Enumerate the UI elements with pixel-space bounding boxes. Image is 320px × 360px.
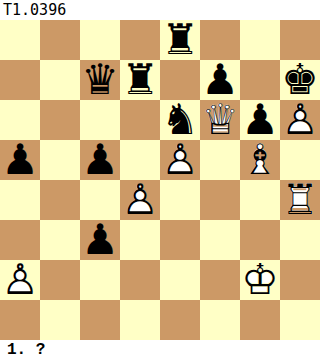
square-g5[interactable]: ♝♗	[240, 140, 280, 180]
white-queen[interactable]: ♛♕	[200, 100, 240, 140]
white-bishop[interactable]: ♝♗	[240, 140, 280, 180]
square-f3[interactable]	[200, 220, 240, 260]
piece-outline-layer: ♙	[160, 140, 200, 180]
piece-outline-layer: ♙	[280, 100, 320, 140]
chess-board: ♜♛♜♟♚♞♛♕♟♟♙♟♟♟♙♝♗♟♙♜♖♟♟♙♚♔	[0, 20, 320, 340]
white-rook[interactable]: ♜♖	[280, 180, 320, 220]
black-knight[interactable]: ♞	[160, 100, 200, 140]
square-h1[interactable]	[280, 300, 320, 340]
square-c5[interactable]: ♟	[80, 140, 120, 180]
square-c6[interactable]	[80, 100, 120, 140]
square-d4[interactable]: ♟♙	[120, 180, 160, 220]
black-pawn[interactable]: ♟	[200, 60, 240, 100]
square-f7[interactable]: ♟	[200, 60, 240, 100]
square-b3[interactable]	[40, 220, 80, 260]
piece-outline-layer: ♗	[240, 140, 280, 180]
piece-outline-layer: ♔	[240, 260, 280, 300]
square-b7[interactable]	[40, 60, 80, 100]
square-b5[interactable]	[40, 140, 80, 180]
black-pawn[interactable]: ♟	[80, 140, 120, 180]
square-d7[interactable]: ♜	[120, 60, 160, 100]
square-d5[interactable]	[120, 140, 160, 180]
piece-glyph: ♛	[80, 60, 120, 100]
square-d6[interactable]	[120, 100, 160, 140]
black-pawn[interactable]: ♟	[0, 140, 40, 180]
piece-glyph: ♟	[200, 60, 240, 100]
square-h4[interactable]: ♜♖	[280, 180, 320, 220]
piece-outline-layer: ♖	[280, 180, 320, 220]
black-queen[interactable]: ♛	[80, 60, 120, 100]
square-g8[interactable]	[240, 20, 280, 60]
square-h3[interactable]	[280, 220, 320, 260]
black-pawn[interactable]: ♟	[80, 220, 120, 260]
piece-glyph: ♟	[240, 100, 280, 140]
square-a2[interactable]: ♟♙	[0, 260, 40, 300]
square-f6[interactable]: ♛♕	[200, 100, 240, 140]
piece-glyph: ♟	[80, 140, 120, 180]
piece-glyph: ♚	[280, 60, 320, 100]
piece-outline-layer: ♙	[120, 180, 160, 220]
square-d2[interactable]	[120, 260, 160, 300]
white-king[interactable]: ♚♔	[240, 260, 280, 300]
square-e1[interactable]	[160, 300, 200, 340]
square-d1[interactable]	[120, 300, 160, 340]
square-a6[interactable]	[0, 100, 40, 140]
square-e4[interactable]	[160, 180, 200, 220]
white-pawn[interactable]: ♟♙	[0, 260, 40, 300]
square-c4[interactable]	[80, 180, 120, 220]
black-king[interactable]: ♚	[280, 60, 320, 100]
square-e7[interactable]	[160, 60, 200, 100]
square-c1[interactable]	[80, 300, 120, 340]
square-f5[interactable]	[200, 140, 240, 180]
square-b8[interactable]	[40, 20, 80, 60]
square-c7[interactable]: ♛	[80, 60, 120, 100]
square-h6[interactable]: ♟♙	[280, 100, 320, 140]
piece-glyph: ♞	[160, 100, 200, 140]
square-b1[interactable]	[40, 300, 80, 340]
black-pawn[interactable]: ♟	[240, 100, 280, 140]
square-h7[interactable]: ♚	[280, 60, 320, 100]
square-f2[interactable]	[200, 260, 240, 300]
square-a4[interactable]	[0, 180, 40, 220]
square-f1[interactable]	[200, 300, 240, 340]
square-a7[interactable]	[0, 60, 40, 100]
square-a1[interactable]	[0, 300, 40, 340]
square-e8[interactable]: ♜	[160, 20, 200, 60]
piece-outline-layer: ♙	[0, 260, 40, 300]
piece-outline-layer: ♕	[200, 100, 240, 140]
square-e6[interactable]: ♞	[160, 100, 200, 140]
square-e3[interactable]	[160, 220, 200, 260]
puzzle-id-label: T1.0396	[3, 0, 66, 20]
piece-glyph: ♜	[160, 20, 200, 60]
square-e2[interactable]	[160, 260, 200, 300]
square-b2[interactable]	[40, 260, 80, 300]
square-h8[interactable]	[280, 20, 320, 60]
square-g7[interactable]	[240, 60, 280, 100]
white-pawn[interactable]: ♟♙	[160, 140, 200, 180]
square-h5[interactable]	[280, 140, 320, 180]
square-h2[interactable]	[280, 260, 320, 300]
piece-glyph: ♜	[120, 60, 160, 100]
square-c3[interactable]: ♟	[80, 220, 120, 260]
square-g2[interactable]: ♚♔	[240, 260, 280, 300]
square-e5[interactable]: ♟♙	[160, 140, 200, 180]
square-c2[interactable]	[80, 260, 120, 300]
square-b4[interactable]	[40, 180, 80, 220]
square-g1[interactable]	[240, 300, 280, 340]
square-a5[interactable]: ♟	[0, 140, 40, 180]
square-g4[interactable]	[240, 180, 280, 220]
square-c8[interactable]	[80, 20, 120, 60]
piece-glyph: ♟	[80, 220, 120, 260]
square-d8[interactable]	[120, 20, 160, 60]
white-pawn[interactable]: ♟♙	[280, 100, 320, 140]
black-rook[interactable]: ♜	[120, 60, 160, 100]
square-a3[interactable]	[0, 220, 40, 260]
square-f4[interactable]	[200, 180, 240, 220]
square-b6[interactable]	[40, 100, 80, 140]
black-rook[interactable]: ♜	[160, 20, 200, 60]
piece-glyph: ♟	[0, 140, 40, 180]
square-g3[interactable]	[240, 220, 280, 260]
square-d3[interactable]	[120, 220, 160, 260]
square-f8[interactable]	[200, 20, 240, 60]
white-pawn[interactable]: ♟♙	[120, 180, 160, 220]
move-prompt-label: 1. ?	[7, 340, 45, 360]
square-a8[interactable]	[0, 20, 40, 60]
square-g6[interactable]: ♟	[240, 100, 280, 140]
